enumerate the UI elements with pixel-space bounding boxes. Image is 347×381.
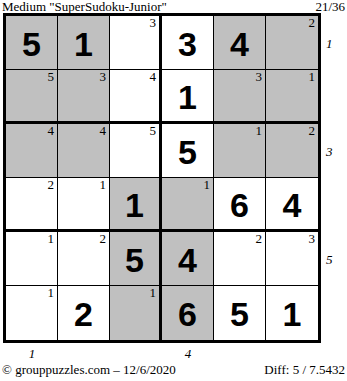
corner-mark: 5: [48, 70, 55, 84]
cell-r6c6[interactable]: 1: [266, 286, 318, 340]
cell-value: 4: [178, 243, 197, 277]
cell-r5c6[interactable]: 3: [266, 232, 318, 286]
cell-r5c5[interactable]: 2: [214, 232, 266, 286]
corner-mark: 2: [48, 178, 55, 192]
cell-r2c2[interactable]: 3: [58, 70, 110, 124]
cell-r4c2[interactable]: 1: [58, 178, 110, 232]
corner-mark: 3: [256, 70, 263, 84]
cell-r2c6[interactable]: 1: [266, 70, 318, 124]
page-title: Medium "SuperSudoku-Junior": [2, 0, 167, 13]
cell-value: 5: [230, 297, 249, 331]
cell-value: 6: [230, 188, 249, 222]
cell-r3c4[interactable]: 5: [162, 124, 214, 178]
corner-mark: 1: [309, 70, 316, 84]
corner-mark: 2: [100, 232, 107, 246]
cell-value: 5: [178, 135, 197, 169]
corner-mark: 4: [48, 124, 55, 138]
row-label-1: 1: [326, 37, 342, 51]
cell-r3c1[interactable]: 4: [6, 124, 58, 178]
col-label-1: 1: [25, 347, 39, 361]
cell-r1c3[interactable]: 3: [110, 16, 162, 70]
cell-value: 4: [283, 188, 302, 222]
cell-r1c5[interactable]: 4: [214, 16, 266, 70]
cell-r4c6[interactable]: 4: [266, 178, 318, 232]
cell-value: 1: [283, 297, 302, 331]
cell-r1c4[interactable]: 3: [162, 16, 214, 70]
cell-r1c2[interactable]: 1: [58, 16, 110, 70]
corner-mark: 3: [100, 70, 107, 84]
remaining-counter: 21/36: [315, 0, 345, 13]
cell-r4c1[interactable]: 2: [6, 178, 58, 232]
cell-r5c1[interactable]: 1: [6, 232, 58, 286]
cell-r4c3[interactable]: 1: [110, 178, 162, 232]
cell-r6c4[interactable]: 6: [162, 286, 214, 340]
cell-r6c5[interactable]: 5: [214, 286, 266, 340]
corner-mark: 3: [150, 16, 157, 30]
cell-value: 2: [74, 297, 93, 331]
cell-value: 4: [230, 27, 249, 61]
corner-mark: 5: [150, 124, 157, 138]
cell-r3c5[interactable]: 1: [214, 124, 266, 178]
footer-bar: © grouppuzzles.com – 12/6/2020 Diff: 5 /…: [2, 363, 345, 377]
cell-value: 1: [74, 27, 93, 61]
corner-mark: 1: [48, 286, 55, 300]
corner-mark: 3: [309, 232, 316, 246]
difficulty-text: Diff: 5 / 7.5432: [264, 363, 345, 377]
cell-r4c4[interactable]: 1: [162, 178, 214, 232]
cell-r2c5[interactable]: 3: [214, 70, 266, 124]
sudoku-board: 513342534131445512211164125423121651: [3, 13, 321, 343]
corner-mark: 2: [309, 16, 316, 30]
cell-r6c1[interactable]: 1: [6, 286, 58, 340]
cell-r3c6[interactable]: 2: [266, 124, 318, 178]
corner-mark: 4: [150, 70, 157, 84]
corner-mark: 2: [309, 124, 316, 138]
row-label-5: 5: [326, 253, 342, 267]
cell-value: 1: [178, 80, 197, 114]
cell-value: 6: [178, 297, 197, 331]
corner-mark: 1: [256, 124, 263, 138]
cell-r6c2[interactable]: 2: [58, 286, 110, 340]
cell-r5c2[interactable]: 2: [58, 232, 110, 286]
cell-value: 5: [125, 243, 144, 277]
corner-mark: 4: [100, 124, 107, 138]
corner-mark: 1: [100, 178, 107, 192]
cell-r1c6[interactable]: 2: [266, 16, 318, 70]
cell-r5c3[interactable]: 5: [110, 232, 162, 286]
cell-value: 5: [22, 27, 41, 61]
corner-mark: 2: [256, 232, 263, 246]
puzzle-page: Medium "SuperSudoku-Junior" 21/36 513342…: [0, 0, 347, 381]
copyright-text: © grouppuzzles.com – 12/6/2020: [2, 363, 176, 377]
corner-mark: 1: [150, 286, 157, 300]
cell-value: 1: [125, 188, 144, 222]
cell-r3c2[interactable]: 4: [58, 124, 110, 178]
cell-r6c3[interactable]: 1: [110, 286, 162, 340]
corner-mark: 1: [204, 178, 211, 192]
cell-r5c4[interactable]: 4: [162, 232, 214, 286]
cell-r2c3[interactable]: 4: [110, 70, 162, 124]
cell-r2c4[interactable]: 1: [162, 70, 214, 124]
cell-r1c1[interactable]: 5: [6, 16, 58, 70]
corner-mark: 1: [48, 232, 55, 246]
header-bar: Medium "SuperSudoku-Junior" 21/36: [2, 0, 345, 13]
cell-value: 3: [178, 27, 197, 61]
cell-r2c1[interactable]: 5: [6, 70, 58, 124]
col-label-4: 4: [181, 347, 195, 361]
row-label-3: 3: [326, 145, 342, 159]
cell-r3c3[interactable]: 5: [110, 124, 162, 178]
cell-r4c5[interactable]: 6: [214, 178, 266, 232]
